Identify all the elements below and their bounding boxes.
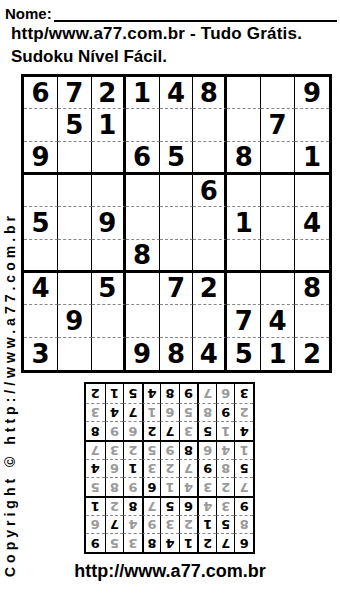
name-blank-line[interactable] xyxy=(54,3,337,22)
puzzle-cell-r6c9[interactable] xyxy=(295,240,329,273)
puzzle-cell-r7c4[interactable] xyxy=(126,273,160,305)
puzzle-cell-r1c3: 2 xyxy=(92,77,126,109)
puzzle-cell-r6c3[interactable] xyxy=(92,240,126,273)
site-tagline: http/www.a77.com.br - Tudo Grátis. xyxy=(11,24,302,44)
solution-cell-r6c6: 5 xyxy=(142,440,161,459)
solution-cell-r2c1: 8 xyxy=(234,515,253,534)
solution-cell-r6c5: 9 xyxy=(160,440,179,459)
puzzle-cell-r9c6: 4 xyxy=(193,338,227,370)
puzzle-cell-r7c3: 5 xyxy=(92,273,126,305)
solution-cell-r2c6: 9 xyxy=(142,515,161,534)
solution-cell-r2c3: 1 xyxy=(197,515,216,534)
puzzle-cell-r1c5: 4 xyxy=(160,77,194,109)
solution-cell-r4c4: 4 xyxy=(179,477,198,496)
puzzle-cell-r4c3[interactable] xyxy=(92,175,126,207)
puzzle-cell-r2c9[interactable] xyxy=(295,109,329,141)
solution-cell-r1c6: 8 xyxy=(142,533,161,552)
solution-cell-r2c7: 4 xyxy=(123,515,142,534)
solution-cell-r4c1: 7 xyxy=(234,477,253,496)
puzzle-cell-r6c1[interactable] xyxy=(24,240,58,273)
puzzle-cell-r6c6[interactable] xyxy=(193,240,227,273)
puzzle-cell-r6c7[interactable] xyxy=(227,240,261,273)
solution-cell-r5c6: 3 xyxy=(142,459,161,478)
solution-cell-r6c3: 6 xyxy=(197,440,216,459)
solution-cell-r6c4: 8 xyxy=(179,440,198,459)
puzzle-cell-r8c8: 4 xyxy=(261,305,295,337)
solution-cell-r2c2: 5 xyxy=(216,515,235,534)
solution-cell-r7c2: 1 xyxy=(216,421,235,440)
puzzle-cell-r2c7[interactable] xyxy=(227,109,261,141)
puzzle-cell-r5c1: 5 xyxy=(24,207,58,239)
solution-cell-r8c4: 5 xyxy=(179,403,198,422)
puzzle-cell-r3c6[interactable] xyxy=(193,142,227,175)
name-label: Nome: xyxy=(5,5,52,22)
puzzle-cell-r4c6: 6 xyxy=(193,175,227,207)
puzzle-cell-r8c7: 7 xyxy=(227,305,261,337)
solution-cell-r5c8: 6 xyxy=(105,459,124,478)
solution-cell-r3c9: 1 xyxy=(86,496,105,515)
solution-cell-r8c7: 7 xyxy=(123,403,142,422)
solution-cell-r7c9: 8 xyxy=(86,421,105,440)
solution-cell-r5c2: 8 xyxy=(216,459,235,478)
copyright-vertical-text: Copyright © http://www.a77.com.br xyxy=(2,85,18,577)
solution-cell-r4c3: 3 xyxy=(197,477,216,496)
solution-cell-r9c9: 2 xyxy=(86,384,105,403)
puzzle-cell-r9c7: 5 xyxy=(227,338,261,370)
solution-cell-r3c6: 7 xyxy=(142,496,161,515)
puzzle-cell-r2c3: 1 xyxy=(92,109,126,141)
puzzle-cell-r1c8[interactable] xyxy=(261,77,295,109)
solution-cell-r8c9: 3 xyxy=(86,403,105,422)
puzzle-cell-r8c4[interactable] xyxy=(126,305,160,337)
solution-cell-r7c6: 2 xyxy=(142,421,161,440)
puzzle-cell-r8c3[interactable] xyxy=(92,305,126,337)
puzzle-difficulty-title: Sudoku Nível Fácil. xyxy=(11,47,167,67)
solution-cell-r8c1: 2 xyxy=(234,403,253,422)
puzzle-cell-r4c2[interactable] xyxy=(58,175,92,207)
puzzle-cell-r3c4: 6 xyxy=(126,142,160,175)
solution-cell-r3c8: 2 xyxy=(105,496,124,515)
puzzle-cell-r6c4: 8 xyxy=(126,240,160,273)
puzzle-cell-r7c5: 7 xyxy=(160,273,194,305)
solution-cell-r8c5: 6 xyxy=(160,403,179,422)
solution-cell-r5c7: 1 xyxy=(123,459,142,478)
puzzle-cell-r8c9[interactable] xyxy=(295,305,329,337)
solution-cell-r5c1: 5 xyxy=(234,459,253,478)
puzzle-cell-r4c8[interactable] xyxy=(261,175,295,207)
solution-cell-r2c5: 3 xyxy=(160,515,179,534)
puzzle-cell-r8c2: 9 xyxy=(58,305,92,337)
solution-cell-r8c6: 1 xyxy=(142,403,161,422)
solution-cell-r3c4: 6 xyxy=(179,496,198,515)
puzzle-cell-r3c2[interactable] xyxy=(58,142,92,175)
puzzle-cell-r2c1[interactable] xyxy=(24,109,58,141)
puzzle-cell-r3c8[interactable] xyxy=(261,142,295,175)
solution-cell-r1c4: 1 xyxy=(179,533,198,552)
solution-cell-r7c5: 7 xyxy=(160,421,179,440)
puzzle-cell-r9c5: 8 xyxy=(160,338,194,370)
solution-cell-r8c3: 8 xyxy=(197,403,216,422)
solution-cell-r5c9: 4 xyxy=(86,459,105,478)
puzzle-cell-r1c1: 6 xyxy=(24,77,58,109)
solution-cell-r3c5: 5 xyxy=(160,496,179,515)
solution-cell-r9c3: 7 xyxy=(197,384,216,403)
solution-cell-r7c7: 6 xyxy=(123,421,142,440)
solution-cell-r3c3: 4 xyxy=(197,496,216,515)
puzzle-cell-r6c2[interactable] xyxy=(58,240,92,273)
puzzle-cell-r1c4: 1 xyxy=(126,77,160,109)
solution-cell-r4c2: 2 xyxy=(216,477,235,496)
puzzle-cell-r7c2[interactable] xyxy=(58,273,92,305)
puzzle-cell-r1c7[interactable] xyxy=(227,77,261,109)
sudoku-puzzle-grid: 672148951796581659148457289743984512 xyxy=(21,74,332,373)
puzzle-cell-r3c3[interactable] xyxy=(92,142,126,175)
puzzle-cell-r2c2: 5 xyxy=(58,109,92,141)
solution-cell-r1c7: 3 xyxy=(123,533,142,552)
puzzle-cell-r7c8[interactable] xyxy=(261,273,295,305)
puzzle-cell-r7c9: 8 xyxy=(295,273,329,305)
solution-cell-r2c9: 6 xyxy=(86,515,105,534)
puzzle-cell-r4c7[interactable] xyxy=(227,175,261,207)
puzzle-cell-r8c6[interactable] xyxy=(193,305,227,337)
solution-cell-r6c2: 4 xyxy=(216,440,235,459)
puzzle-cell-r3c9: 1 xyxy=(295,142,329,175)
puzzle-cell-r4c5[interactable] xyxy=(160,175,194,207)
solution-cell-r7c8: 9 xyxy=(105,421,124,440)
solution-cell-r3c1: 9 xyxy=(234,496,253,515)
solution-cell-r6c1: 1 xyxy=(234,440,253,459)
solution-cell-r6c9: 7 xyxy=(86,440,105,459)
puzzle-cell-r9c9: 2 xyxy=(295,338,329,370)
puzzle-cell-r2c5[interactable] xyxy=(160,109,194,141)
solution-cell-r9c2: 6 xyxy=(216,384,235,403)
solution-cell-r4c7: 9 xyxy=(123,477,142,496)
puzzle-cell-r5c4[interactable] xyxy=(126,207,160,239)
puzzle-cell-r5c2[interactable] xyxy=(58,207,92,239)
solution-cell-r5c4: 7 xyxy=(179,459,198,478)
puzzle-cell-r7c1: 4 xyxy=(24,273,58,305)
puzzle-cell-r2c8: 7 xyxy=(261,109,295,141)
solution-cell-r7c4: 3 xyxy=(179,421,198,440)
solution-cell-r7c1: 4 xyxy=(234,421,253,440)
puzzle-cell-r4c9[interactable] xyxy=(295,175,329,207)
solution-cell-r1c3: 2 xyxy=(197,533,216,552)
sudoku-solution-grid: 6721483598512394769346578217234169855897… xyxy=(84,382,255,554)
puzzle-cell-r4c4[interactable] xyxy=(126,175,160,207)
solution-cell-r3c2: 3 xyxy=(216,496,235,515)
solution-cell-r1c1: 6 xyxy=(234,533,253,552)
puzzle-cell-r9c8: 1 xyxy=(261,338,295,370)
solution-cell-r2c4: 2 xyxy=(179,515,198,534)
puzzle-cell-r2c4[interactable] xyxy=(126,109,160,141)
puzzle-cell-r3c5: 5 xyxy=(160,142,194,175)
puzzle-cell-r9c1: 3 xyxy=(24,338,58,370)
puzzle-cell-r5c8[interactable] xyxy=(261,207,295,239)
puzzle-cell-r5c9: 4 xyxy=(295,207,329,239)
solution-cell-r8c2: 9 xyxy=(216,403,235,422)
puzzle-cell-r7c7[interactable] xyxy=(227,273,261,305)
puzzle-cell-r6c5[interactable] xyxy=(160,240,194,273)
solution-cell-r7c3: 5 xyxy=(197,421,216,440)
solution-cell-r1c9: 9 xyxy=(86,533,105,552)
puzzle-cell-r5c6[interactable] xyxy=(193,207,227,239)
solution-cell-r5c3: 9 xyxy=(197,459,216,478)
puzzle-cell-r4c1[interactable] xyxy=(24,175,58,207)
solution-cell-r9c5: 8 xyxy=(160,384,179,403)
solution-cell-r6c8: 3 xyxy=(105,440,124,459)
solution-cell-r9c6: 4 xyxy=(142,384,161,403)
puzzle-cell-r9c4: 9 xyxy=(126,338,160,370)
puzzle-cell-r8c1[interactable] xyxy=(24,305,58,337)
solution-cell-r8c8: 4 xyxy=(105,403,124,422)
puzzle-cell-r9c3[interactable] xyxy=(92,338,126,370)
puzzle-cell-r1c9: 9 xyxy=(295,77,329,109)
puzzle-cell-r3c1: 9 xyxy=(24,142,58,175)
solution-cell-r4c8: 8 xyxy=(105,477,124,496)
puzzle-cell-r3c7: 8 xyxy=(227,142,261,175)
name-row: Nome: xyxy=(5,3,337,22)
solution-cell-r4c9: 5 xyxy=(86,477,105,496)
puzzle-cell-r5c5[interactable] xyxy=(160,207,194,239)
puzzle-cell-r7c6: 2 xyxy=(193,273,227,305)
solution-cell-r9c4: 9 xyxy=(179,384,198,403)
puzzle-cell-r1c6: 8 xyxy=(193,77,227,109)
solution-cell-r9c8: 1 xyxy=(105,384,124,403)
solution-cell-r9c7: 5 xyxy=(123,384,142,403)
solution-cell-r5c5: 2 xyxy=(160,459,179,478)
solution-cell-r1c8: 5 xyxy=(105,533,124,552)
solution-cell-r4c6: 6 xyxy=(142,477,161,496)
solution-cell-r3c7: 8 xyxy=(123,496,142,515)
puzzle-cell-r2c6[interactable] xyxy=(193,109,227,141)
solution-cell-r9c1: 3 xyxy=(234,384,253,403)
puzzle-cell-r5c3: 9 xyxy=(92,207,126,239)
puzzle-cell-r1c2: 7 xyxy=(58,77,92,109)
solution-cell-r4c5: 1 xyxy=(160,477,179,496)
solution-cell-r1c2: 7 xyxy=(216,533,235,552)
solution-cell-r6c7: 2 xyxy=(123,440,142,459)
puzzle-cell-r5c7: 1 xyxy=(227,207,261,239)
puzzle-cell-r8c5[interactable] xyxy=(160,305,194,337)
solution-cell-r2c8: 7 xyxy=(105,515,124,534)
puzzle-cell-r9c2[interactable] xyxy=(58,338,92,370)
puzzle-cell-r6c8[interactable] xyxy=(261,240,295,273)
solution-cell-r1c5: 4 xyxy=(160,533,179,552)
footer-url: http://www.a77.com.br xyxy=(0,561,340,582)
